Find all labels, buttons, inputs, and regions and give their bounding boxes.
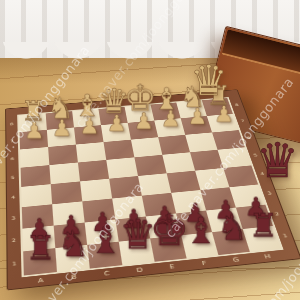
red-rook-a1: ♜	[15, 231, 64, 265]
file-label-h: H	[251, 251, 285, 263]
file-label-e: E	[155, 261, 189, 273]
left-rank-label-5: 5	[9, 174, 17, 181]
file-label-d: D	[123, 264, 157, 276]
square-b5	[49, 162, 80, 184]
file-label-f: F	[187, 258, 221, 270]
spare-wood-queen: ♛	[190, 60, 228, 102]
square-a5	[21, 165, 51, 187]
spare-red-queen: ♛	[256, 136, 299, 184]
square-d5	[106, 157, 138, 178]
left-rank-label-4: 4	[9, 193, 17, 201]
file-label-g: G	[219, 254, 253, 266]
photo-listing: ABCDEFGH1122334455667788♜♞♝♛♚♝♞♜♟♟♟♟♟♟♟♟…	[0, 0, 300, 300]
file-label-c: C	[90, 268, 124, 280]
